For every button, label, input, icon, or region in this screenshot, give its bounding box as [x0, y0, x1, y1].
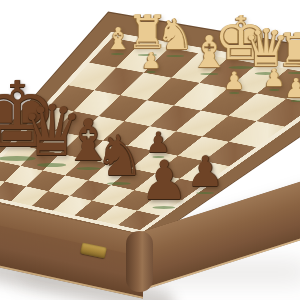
- box-rounded-corner: [126, 231, 153, 292]
- felt-base: [196, 192, 214, 194]
- piece-white-rook-g1: ♜: [276, 27, 300, 73]
- rook-glyph: ♜: [276, 27, 300, 73]
- chess-set-photo: ♝♜♞♚♟♜♝♛♟♟♟♟♚♛♝♞♟♟: [0, 0, 300, 300]
